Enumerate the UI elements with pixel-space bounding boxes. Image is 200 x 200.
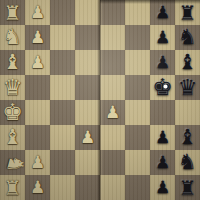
square-f3[interactable] (50, 125, 75, 150)
square-f2[interactable] (25, 125, 50, 150)
white-queen[interactable]: ♛ (0, 75, 25, 100)
white-king[interactable]: ♚ (0, 100, 25, 125)
black-king[interactable]: ♚ (150, 75, 175, 100)
white-pawn[interactable]: ♟ (25, 150, 50, 175)
white-knight[interactable]: ♞ (0, 25, 25, 50)
black-pawn[interactable]: ♟ (150, 150, 175, 175)
black-pawn[interactable]: ♟ (150, 50, 175, 75)
black-knight[interactable]: ♞ (175, 25, 200, 50)
black-bishop[interactable]: ♝ (175, 125, 200, 150)
black-queen[interactable]: ♛ (175, 75, 200, 100)
square-d6[interactable] (125, 75, 150, 100)
square-c3[interactable] (50, 50, 75, 75)
black-rook[interactable]: ♜ (175, 175, 200, 200)
square-h6[interactable] (125, 175, 150, 200)
square-g5[interactable] (100, 150, 125, 175)
white-pawn[interactable]: ♟ (25, 175, 50, 200)
white-pawn[interactable]: ♟ (25, 50, 50, 75)
black-pawn[interactable]: ♟ (150, 25, 175, 50)
black-rook[interactable]: ♜ (175, 0, 200, 25)
square-b6[interactable] (125, 25, 150, 50)
square-h3[interactable] (50, 175, 75, 200)
white-bishop[interactable]: ♝ (0, 50, 25, 75)
specular-highlight (163, 84, 168, 89)
white-pawn[interactable]: ♟ (25, 0, 50, 25)
white-pawn[interactable]: ♟ (25, 25, 50, 50)
white-bishop[interactable]: ♝ (0, 125, 25, 150)
black-pawn[interactable]: ♟ (150, 125, 175, 150)
square-d5[interactable] (100, 75, 125, 100)
square-g3[interactable] (50, 150, 75, 175)
square-a3[interactable] (50, 0, 75, 25)
square-f6[interactable] (125, 125, 150, 150)
white-rook[interactable]: ♜ (0, 175, 25, 200)
black-pawn[interactable]: ♟ (150, 0, 175, 25)
square-e2[interactable] (25, 100, 50, 125)
board-photo: ♜♟♞♟♝♟♛♚♝♞♟♜♟♟♟♟♜♟♞♟♝♚♛♟♝♟♞♟♜ (0, 0, 200, 200)
square-c5[interactable] (100, 50, 125, 75)
square-c6[interactable] (125, 50, 150, 75)
square-d2[interactable] (25, 75, 50, 100)
square-e8[interactable] (175, 100, 200, 125)
white-rook[interactable]: ♜ (0, 0, 25, 25)
white-pawn[interactable]: ♟ (75, 125, 100, 150)
square-b3[interactable] (50, 25, 75, 50)
white-pawn[interactable]: ♟ (100, 100, 125, 125)
black-pawn[interactable]: ♟ (150, 175, 175, 200)
square-e6[interactable] (125, 100, 150, 125)
square-h5[interactable] (100, 175, 125, 200)
square-d3[interactable] (50, 75, 75, 100)
black-knight[interactable]: ♞ (175, 150, 200, 175)
square-f5[interactable] (100, 125, 125, 150)
square-e7[interactable] (150, 100, 175, 125)
black-bishop[interactable]: ♝ (175, 50, 200, 75)
square-e3[interactable] (50, 100, 75, 125)
square-b5[interactable] (100, 25, 125, 50)
square-g6[interactable] (125, 150, 150, 175)
